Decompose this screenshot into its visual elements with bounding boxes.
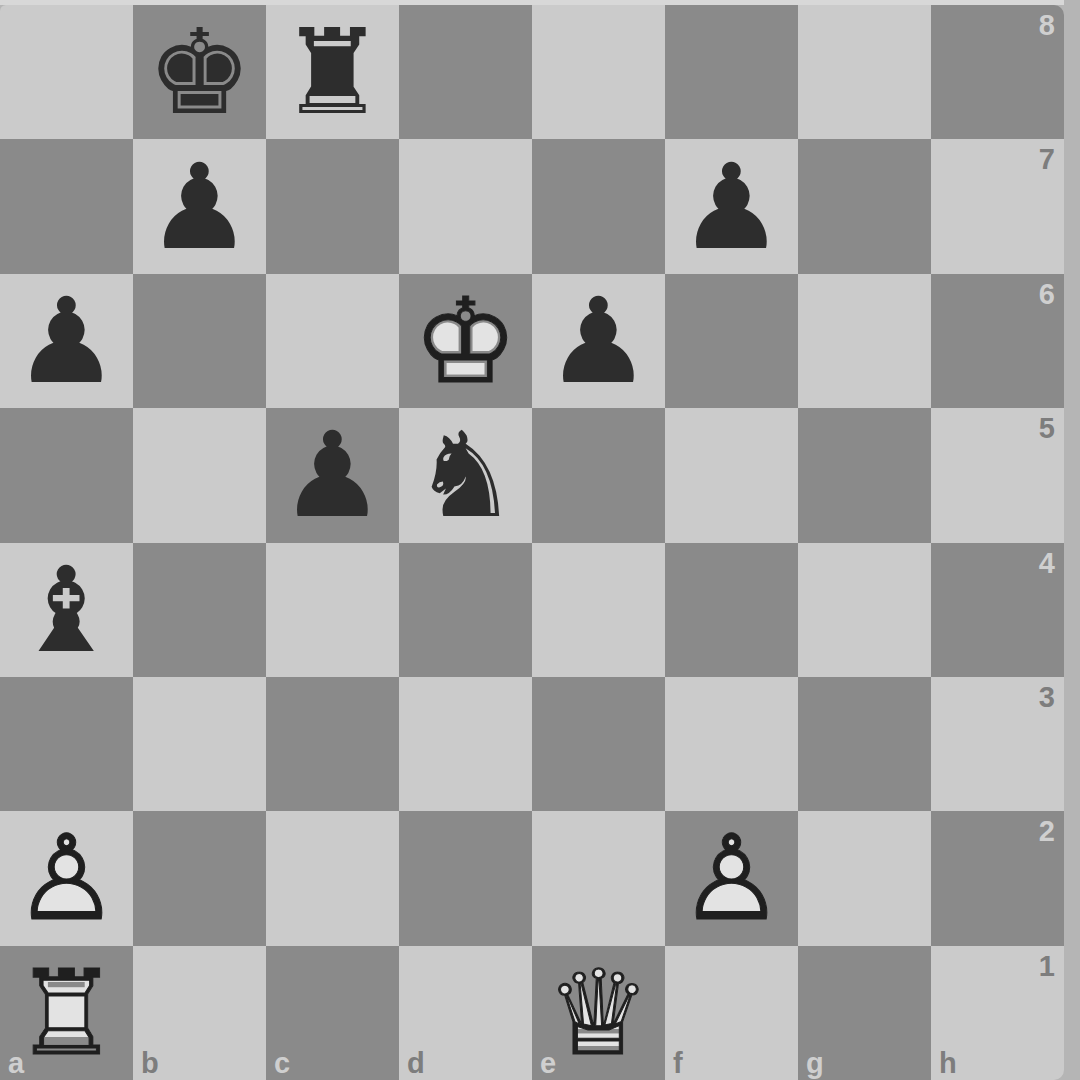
square-h5[interactable]: 5 — [931, 408, 1064, 542]
square-e1[interactable]: e♛♕ — [532, 946, 665, 1080]
square-a2[interactable]: ♟♙ — [0, 811, 133, 945]
square-c3[interactable] — [266, 677, 399, 811]
piece-black-pawn[interactable]: ♟ — [665, 139, 798, 273]
square-b2[interactable] — [133, 811, 266, 945]
square-f6[interactable] — [665, 274, 798, 408]
square-e5[interactable] — [532, 408, 665, 542]
square-g8[interactable] — [798, 5, 931, 139]
square-f7[interactable]: ♟ — [665, 139, 798, 273]
square-a4[interactable]: ♝ — [0, 543, 133, 677]
square-g3[interactable] — [798, 677, 931, 811]
rank-label-2: 2 — [1039, 815, 1055, 848]
square-c4[interactable] — [266, 543, 399, 677]
square-h4[interactable]: 4 — [931, 543, 1064, 677]
piece-black-pawn[interactable]: ♟ — [532, 274, 665, 408]
pawn-outline-glyph: ♙ — [0, 811, 133, 945]
piece-black-pawn[interactable]: ♟ — [133, 139, 266, 273]
square-e8[interactable] — [532, 5, 665, 139]
square-g7[interactable] — [798, 139, 931, 273]
square-h8[interactable]: 8 — [931, 5, 1064, 139]
file-label-f: f — [673, 1047, 683, 1080]
square-d2[interactable] — [399, 811, 532, 945]
rank-label-5: 5 — [1039, 412, 1055, 445]
square-g2[interactable] — [798, 811, 931, 945]
square-d1[interactable]: d — [399, 946, 532, 1080]
square-f1[interactable]: f — [665, 946, 798, 1080]
square-b7[interactable]: ♟ — [133, 139, 266, 273]
square-e4[interactable] — [532, 543, 665, 677]
square-b1[interactable]: b — [133, 946, 266, 1080]
piece-black-knight[interactable]: ♞ — [399, 408, 532, 542]
rank-label-3: 3 — [1039, 681, 1055, 714]
square-h7[interactable]: 7 — [931, 139, 1064, 273]
square-h2[interactable]: 2 — [931, 811, 1064, 945]
square-e2[interactable] — [532, 811, 665, 945]
square-f4[interactable] — [665, 543, 798, 677]
file-label-d: d — [407, 1047, 425, 1080]
square-d6[interactable]: ♚♔ — [399, 274, 532, 408]
file-label-h: h — [939, 1047, 957, 1080]
square-a5[interactable] — [0, 408, 133, 542]
piece-black-rook[interactable]: ♜ — [266, 5, 399, 139]
square-f5[interactable] — [665, 408, 798, 542]
file-label-g: g — [806, 1047, 824, 1080]
square-g4[interactable] — [798, 543, 931, 677]
square-h6[interactable]: 6 — [931, 274, 1064, 408]
square-c8[interactable]: ♜ — [266, 5, 399, 139]
square-a8[interactable] — [0, 5, 133, 139]
square-h1[interactable]: 1h — [931, 946, 1064, 1080]
pawn-outline-glyph: ♙ — [665, 811, 798, 945]
square-d3[interactable] — [399, 677, 532, 811]
piece-white-pawn[interactable]: ♟♙ — [665, 811, 798, 945]
square-d4[interactable] — [399, 543, 532, 677]
piece-black-bishop[interactable]: ♝ — [0, 543, 133, 677]
square-f3[interactable] — [665, 677, 798, 811]
square-e6[interactable]: ♟ — [532, 274, 665, 408]
page-background-right — [1064, 0, 1080, 1080]
square-b4[interactable] — [133, 543, 266, 677]
square-f2[interactable]: ♟♙ — [665, 811, 798, 945]
rank-label-7: 7 — [1039, 143, 1055, 176]
chess-board: ♚♜8♟♟7♟♚♔♟6♟♞5♝43♟♙♟♙2a♜♖bcde♛♕fg1h — [0, 5, 1064, 1080]
rank-label-4: 4 — [1039, 547, 1055, 580]
rook-outline-glyph: ♖ — [0, 946, 133, 1080]
square-c2[interactable] — [266, 811, 399, 945]
square-b5[interactable] — [133, 408, 266, 542]
square-d5[interactable]: ♞ — [399, 408, 532, 542]
square-b6[interactable] — [133, 274, 266, 408]
square-a1[interactable]: a♜♖ — [0, 946, 133, 1080]
square-g5[interactable] — [798, 408, 931, 542]
square-c6[interactable] — [266, 274, 399, 408]
square-h3[interactable]: 3 — [931, 677, 1064, 811]
king-outline-glyph: ♔ — [399, 274, 532, 408]
square-a3[interactable] — [0, 677, 133, 811]
piece-white-pawn[interactable]: ♟♙ — [0, 811, 133, 945]
piece-black-pawn[interactable]: ♟ — [0, 274, 133, 408]
square-g6[interactable] — [798, 274, 931, 408]
piece-black-king[interactable]: ♚ — [133, 5, 266, 139]
rank-label-1: 1 — [1039, 950, 1055, 983]
square-b8[interactable]: ♚ — [133, 5, 266, 139]
square-b3[interactable] — [133, 677, 266, 811]
square-c7[interactable] — [266, 139, 399, 273]
piece-black-pawn[interactable]: ♟ — [266, 408, 399, 542]
square-c5[interactable]: ♟ — [266, 408, 399, 542]
square-e3[interactable] — [532, 677, 665, 811]
square-f8[interactable] — [665, 5, 798, 139]
square-a7[interactable] — [0, 139, 133, 273]
square-a6[interactable]: ♟ — [0, 274, 133, 408]
square-e7[interactable] — [532, 139, 665, 273]
piece-white-king[interactable]: ♚♔ — [399, 274, 532, 408]
piece-white-queen[interactable]: ♛♕ — [532, 946, 665, 1080]
square-d7[interactable] — [399, 139, 532, 273]
square-g1[interactable]: g — [798, 946, 931, 1080]
square-c1[interactable]: c — [266, 946, 399, 1080]
piece-white-rook[interactable]: ♜♖ — [0, 946, 133, 1080]
file-label-c: c — [274, 1047, 290, 1080]
file-label-b: b — [141, 1047, 159, 1080]
rank-label-6: 6 — [1039, 278, 1055, 311]
rank-label-8: 8 — [1039, 9, 1055, 42]
queen-outline-glyph: ♕ — [532, 946, 665, 1080]
square-d8[interactable] — [399, 5, 532, 139]
